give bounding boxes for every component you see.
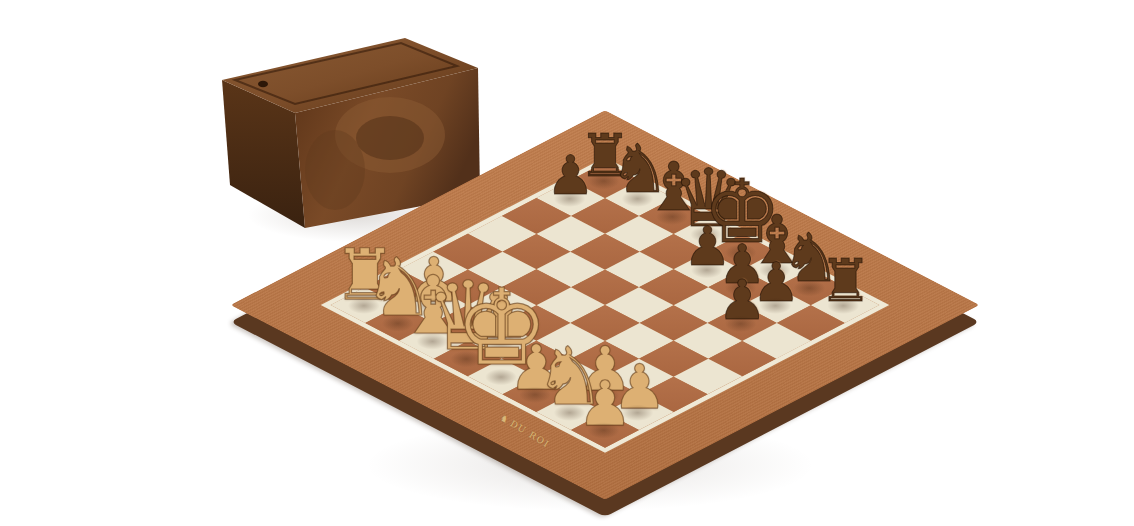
piece-glyph: ♟ (546, 149, 594, 203)
piece-glyph: ♟ (577, 373, 633, 435)
chess-board: ♜♞♝♛♚♝♞♜♟♟♟♟♟♟♟♟♟♜♞♝♛♚♟♞♟ (340, 40, 870, 526)
piece-glyph: ♜ (819, 251, 872, 310)
board-frame: ♜♞♝♛♚♝♞♜♟♟♟♟♟♟♟♟♟♜♞♝♛♚♟♞♟ (230, 110, 980, 500)
box-lid-knob (258, 81, 268, 87)
piece-glyph: ♟ (718, 273, 767, 328)
scene: ♜♞♝♛♚♝♞♜♟♟♟♟♟♟♟♟♟♜♞♝♛♚♟♞♟ ♞ DU ROI (0, 0, 1134, 526)
board-square: ♟ (571, 412, 640, 448)
